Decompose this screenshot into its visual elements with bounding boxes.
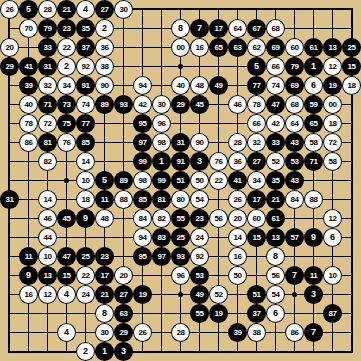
stone-black-41: 41 xyxy=(228,171,247,190)
stone-black-7: 7 xyxy=(190,19,209,38)
stone-white-74: 74 xyxy=(76,95,95,114)
stone-white-28: 28 xyxy=(38,0,57,19)
stone-black-43: 43 xyxy=(285,171,304,190)
stone-white-86: 86 xyxy=(19,133,38,152)
stone-black-85: 85 xyxy=(133,190,152,209)
stone-white-58: 58 xyxy=(304,133,323,152)
stone-black-21: 21 xyxy=(95,285,114,304)
stone-white-22: 22 xyxy=(209,171,228,190)
stone-black-13: 13 xyxy=(323,38,342,57)
stone-white-38: 38 xyxy=(247,323,266,342)
stone-black-9: 9 xyxy=(304,228,323,247)
stone-white-22: 22 xyxy=(57,38,76,57)
stone-black-77: 77 xyxy=(247,76,266,95)
stone-white-88: 88 xyxy=(114,190,133,209)
stone-white-92: 92 xyxy=(76,57,95,76)
stone-white-16: 16 xyxy=(228,247,247,266)
stone-black-9: 9 xyxy=(19,266,38,285)
stone-white-70: 70 xyxy=(19,19,38,38)
stone-black-53: 53 xyxy=(190,266,209,285)
stone-black-55: 55 xyxy=(190,304,209,323)
stone-black-39: 39 xyxy=(19,76,38,95)
stone-black-1: 1 xyxy=(152,152,171,171)
stone-black-1: 1 xyxy=(95,342,114,361)
stone-black-79: 79 xyxy=(38,19,57,38)
stone-white-10: 10 xyxy=(38,247,57,266)
stone-black-7: 7 xyxy=(304,323,323,342)
stone-white-82: 82 xyxy=(152,209,171,228)
stone-white-8: 8 xyxy=(266,247,285,266)
stone-black-1: 1 xyxy=(304,57,323,76)
stone-black-19: 19 xyxy=(323,76,342,95)
stone-black-9: 9 xyxy=(76,209,95,228)
stone-black-27: 27 xyxy=(247,152,266,171)
stone-white-94: 94 xyxy=(133,228,152,247)
stone-white-6: 6 xyxy=(304,76,323,95)
stone-white-74: 74 xyxy=(266,76,285,95)
stone-white-2: 2 xyxy=(76,342,95,361)
stone-black-95: 95 xyxy=(133,114,152,133)
stone-white-42: 42 xyxy=(133,95,152,114)
stone-black-31: 31 xyxy=(171,133,190,152)
stone-white-92: 92 xyxy=(190,247,209,266)
stone-white-00: 00 xyxy=(171,38,190,57)
stone-white-60: 60 xyxy=(285,38,304,57)
stone-black-29: 29 xyxy=(171,95,190,114)
stone-black-51: 51 xyxy=(171,171,190,190)
stone-white-46: 46 xyxy=(228,95,247,114)
stone-white-54: 54 xyxy=(190,190,209,209)
stone-black-55: 55 xyxy=(171,209,190,228)
stone-white-20: 20 xyxy=(228,209,247,228)
stone-black-19: 19 xyxy=(209,304,228,323)
stone-black-27: 27 xyxy=(95,0,114,19)
stone-black-31: 31 xyxy=(38,57,57,76)
stone-black-21: 21 xyxy=(266,190,285,209)
stone-white-24: 24 xyxy=(76,285,95,304)
stone-black-17: 17 xyxy=(247,190,266,209)
stone-white-48: 48 xyxy=(190,76,209,95)
stone-black-83: 83 xyxy=(152,228,171,247)
stone-white-34: 34 xyxy=(247,171,266,190)
stone-white-14: 14 xyxy=(228,228,247,247)
stone-black-15: 15 xyxy=(247,228,266,247)
stone-black-63: 63 xyxy=(228,38,247,57)
stone-white-76: 76 xyxy=(209,152,228,171)
stone-black-67: 67 xyxy=(247,19,266,38)
stone-black-33: 33 xyxy=(266,133,285,152)
stone-white-86: 86 xyxy=(285,323,304,342)
stone-white-4: 4 xyxy=(57,323,76,342)
stone-white-18: 18 xyxy=(342,76,361,95)
stone-black-29: 29 xyxy=(114,323,133,342)
stone-white-78: 78 xyxy=(19,114,38,133)
stone-black-19: 19 xyxy=(133,285,152,304)
stone-black-39: 39 xyxy=(228,323,247,342)
stone-white-78: 78 xyxy=(247,95,266,114)
stone-white-90: 90 xyxy=(95,76,114,95)
stone-black-37: 37 xyxy=(247,304,266,323)
stone-white-12: 12 xyxy=(38,285,57,304)
stone-white-46: 46 xyxy=(38,209,57,228)
stone-black-89: 89 xyxy=(95,95,114,114)
stone-white-84: 84 xyxy=(133,209,152,228)
stone-black-51: 51 xyxy=(247,285,266,304)
stone-black-65: 65 xyxy=(209,38,228,57)
stone-black-75: 75 xyxy=(57,114,76,133)
stone-white-68: 68 xyxy=(285,95,304,114)
stone-white-30: 30 xyxy=(152,95,171,114)
stone-white-56: 56 xyxy=(266,266,285,285)
stone-black-45: 45 xyxy=(190,95,209,114)
stone-black-49: 49 xyxy=(190,285,209,304)
stone-white-72: 72 xyxy=(38,114,57,133)
stone-black-13: 13 xyxy=(38,266,57,285)
stone-black-91: 91 xyxy=(76,76,95,95)
stone-white-24: 24 xyxy=(190,228,209,247)
stone-black-3: 3 xyxy=(190,152,209,171)
stone-white-56: 56 xyxy=(209,209,228,228)
stone-black-53: 53 xyxy=(285,152,304,171)
stone-white-2: 2 xyxy=(57,57,76,76)
stone-black-35: 35 xyxy=(266,171,285,190)
go-board[interactable]: 2652821427307079233528717646768203322373… xyxy=(0,0,361,361)
stone-black-45: 45 xyxy=(57,209,76,228)
stone-black-23: 23 xyxy=(190,209,209,228)
stone-white-8: 8 xyxy=(95,304,114,323)
stone-white-14: 14 xyxy=(38,190,57,209)
stone-white-38: 38 xyxy=(95,57,114,76)
stone-white-42: 42 xyxy=(266,114,285,133)
stone-white-20: 20 xyxy=(114,266,133,285)
stone-black-57: 57 xyxy=(285,228,304,247)
stone-white-16: 16 xyxy=(19,285,38,304)
stone-black-99: 99 xyxy=(133,152,152,171)
stone-white-62: 62 xyxy=(247,38,266,57)
stone-white-4: 4 xyxy=(57,285,76,304)
stone-black-25: 25 xyxy=(171,228,190,247)
stone-white-26: 26 xyxy=(228,190,247,209)
stone-black-3: 3 xyxy=(304,285,323,304)
stone-white-88: 88 xyxy=(304,190,323,209)
stone-white-4: 4 xyxy=(76,0,95,19)
stone-white-10: 10 xyxy=(76,171,95,190)
stone-black-23: 23 xyxy=(57,19,76,38)
stone-white-18: 18 xyxy=(76,190,95,209)
stone-black-3: 3 xyxy=(114,342,133,361)
stone-white-28: 28 xyxy=(171,323,190,342)
stone-white-6: 6 xyxy=(266,304,285,323)
stone-white-48: 48 xyxy=(95,209,114,228)
stone-white-72: 72 xyxy=(323,133,342,152)
stone-black-61: 61 xyxy=(304,38,323,57)
stone-white-66: 66 xyxy=(247,114,266,133)
stone-black-15: 15 xyxy=(342,57,361,76)
stone-black-93: 93 xyxy=(171,247,190,266)
stone-black-91: 91 xyxy=(171,152,190,171)
stone-white-10: 10 xyxy=(323,266,342,285)
stone-black-79: 79 xyxy=(285,57,304,76)
stone-white-26: 26 xyxy=(133,323,152,342)
stone-black-33: 33 xyxy=(38,38,57,57)
stone-black-13: 13 xyxy=(266,228,285,247)
stone-black-11: 11 xyxy=(19,247,38,266)
stone-white-2: 2 xyxy=(95,19,114,38)
stone-white-8: 8 xyxy=(171,19,190,38)
stone-white-54: 54 xyxy=(266,285,285,304)
stone-white-84: 84 xyxy=(285,190,304,209)
stone-black-43: 43 xyxy=(285,133,304,152)
stone-white-12: 12 xyxy=(323,209,342,228)
stone-black-21: 21 xyxy=(57,0,76,19)
stone-black-15: 15 xyxy=(57,266,76,285)
stone-black-47: 47 xyxy=(266,95,285,114)
stone-white-66: 66 xyxy=(266,57,285,76)
stone-white-52: 52 xyxy=(209,285,228,304)
stone-black-61: 61 xyxy=(266,209,285,228)
stone-black-49: 49 xyxy=(209,76,228,95)
stone-black-97: 97 xyxy=(152,247,171,266)
stone-black-5: 5 xyxy=(95,171,114,190)
stone-black-31: 31 xyxy=(0,190,19,209)
stone-white-6: 6 xyxy=(323,228,342,247)
stone-black-25: 25 xyxy=(342,38,361,57)
stone-black-7: 7 xyxy=(285,266,304,285)
stone-white-50: 50 xyxy=(228,266,247,285)
stone-white-22: 22 xyxy=(76,266,95,285)
stone-white-32: 32 xyxy=(38,76,57,95)
stone-white-50: 50 xyxy=(190,171,209,190)
stone-white-98: 98 xyxy=(133,171,152,190)
stone-white-14: 14 xyxy=(76,152,95,171)
stone-black-5: 5 xyxy=(19,0,38,19)
stone-white-40: 40 xyxy=(19,95,38,114)
stone-white-12: 12 xyxy=(323,57,342,76)
stone-white-94: 94 xyxy=(133,76,152,95)
stone-white-18: 18 xyxy=(323,114,342,133)
stone-white-76: 76 xyxy=(57,133,76,152)
stone-black-23: 23 xyxy=(95,247,114,266)
stone-black-29: 29 xyxy=(0,57,19,76)
stone-white-16: 16 xyxy=(190,38,209,57)
stone-black-81: 81 xyxy=(152,190,171,209)
stone-black-73: 73 xyxy=(57,95,76,114)
stone-black-63: 63 xyxy=(114,304,133,323)
stone-white-36: 36 xyxy=(228,152,247,171)
stone-black-85: 85 xyxy=(76,133,95,152)
stone-white-20: 20 xyxy=(0,38,19,57)
stone-white-52: 52 xyxy=(266,152,285,171)
stone-white-58: 58 xyxy=(323,152,342,171)
stone-white-80: 80 xyxy=(171,190,190,209)
stone-white-00: 00 xyxy=(323,95,342,114)
stone-black-99: 99 xyxy=(152,171,171,190)
stone-white-36: 36 xyxy=(95,38,114,57)
stone-black-93: 93 xyxy=(114,95,133,114)
stone-white-64: 64 xyxy=(228,19,247,38)
stone-black-11: 11 xyxy=(95,190,114,209)
stone-black-69: 69 xyxy=(285,76,304,95)
stone-white-30: 30 xyxy=(95,323,114,342)
stone-white-40: 40 xyxy=(171,76,190,95)
stone-black-95: 95 xyxy=(133,247,152,266)
stone-white-98: 98 xyxy=(152,133,171,152)
stone-white-60: 60 xyxy=(247,209,266,228)
stone-black-89: 89 xyxy=(114,171,133,190)
stone-black-71: 71 xyxy=(304,152,323,171)
stone-black-71: 71 xyxy=(38,95,57,114)
stone-black-69: 69 xyxy=(266,38,285,57)
stone-white-96: 96 xyxy=(171,266,190,285)
stones-layer: 2652821427307079233528717646768203322373… xyxy=(0,0,361,361)
stone-black-11: 11 xyxy=(304,266,323,285)
stone-black-87: 87 xyxy=(323,304,342,323)
stone-white-30: 30 xyxy=(114,0,133,19)
stone-black-25: 25 xyxy=(76,247,95,266)
stone-white-28: 28 xyxy=(228,133,247,152)
stone-black-41: 41 xyxy=(19,57,38,76)
stone-black-47: 47 xyxy=(57,247,76,266)
stone-black-35: 35 xyxy=(76,19,95,38)
stone-white-68: 68 xyxy=(266,19,285,38)
stone-black-65: 65 xyxy=(304,114,323,133)
stone-black-97: 97 xyxy=(133,133,152,152)
stone-white-64: 64 xyxy=(285,114,304,133)
stone-white-90: 90 xyxy=(190,133,209,152)
stone-white-26: 26 xyxy=(0,0,19,19)
stone-black-17: 17 xyxy=(95,266,114,285)
stone-black-59: 59 xyxy=(304,95,323,114)
stone-black-27: 27 xyxy=(114,285,133,304)
stone-black-77: 77 xyxy=(76,114,95,133)
stone-black-5: 5 xyxy=(247,57,266,76)
stone-white-82: 82 xyxy=(38,152,57,171)
stone-white-32: 32 xyxy=(247,133,266,152)
stone-black-17: 17 xyxy=(209,19,228,38)
stone-black-37: 37 xyxy=(76,38,95,57)
stone-white-34: 34 xyxy=(57,76,76,95)
stone-white-44: 44 xyxy=(38,228,57,247)
stone-white-96: 96 xyxy=(152,114,171,133)
stone-black-81: 81 xyxy=(38,133,57,152)
